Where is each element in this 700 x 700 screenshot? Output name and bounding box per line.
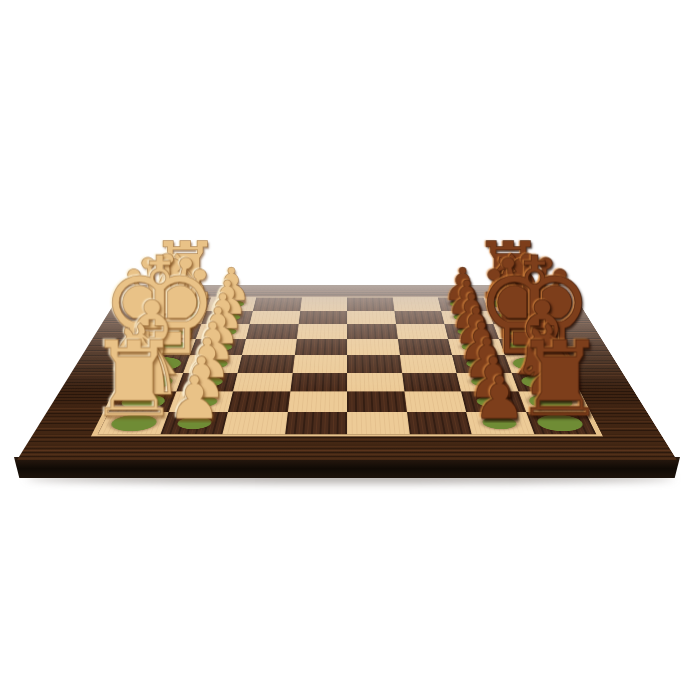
square-c1 bbox=[145, 324, 201, 339]
square-g3 bbox=[228, 391, 290, 412]
square-g2 bbox=[168, 391, 233, 412]
square-a8 bbox=[483, 298, 535, 311]
square-b2 bbox=[201, 311, 253, 325]
square-c8 bbox=[493, 324, 549, 339]
chessboard-photo: ♜♟♟♜♞♟♟♞♝♟♟♝♛♟♟♛♚♟♟♚♝♟♟♝♞♟♟♞♜♟♟♜ bbox=[0, 0, 700, 700]
square-a3 bbox=[253, 298, 302, 311]
square-c6 bbox=[396, 324, 448, 339]
square-e1 bbox=[128, 355, 189, 372]
square-b8 bbox=[488, 311, 542, 325]
square-e4 bbox=[292, 355, 347, 372]
square-f1 bbox=[119, 373, 183, 392]
square-e8 bbox=[505, 355, 566, 372]
square-c4 bbox=[296, 324, 347, 339]
square-e2 bbox=[183, 355, 242, 372]
square-h1 bbox=[98, 412, 169, 434]
square-e7 bbox=[452, 355, 511, 372]
square-g4 bbox=[287, 391, 347, 412]
square-g7 bbox=[461, 391, 526, 412]
square-b7 bbox=[441, 311, 493, 325]
chess-board: ♜♟♟♜♞♟♟♞♝♟♟♝♛♟♟♛♚♟♟♚♝♟♟♝♞♟♟♞♜♟♟♜ bbox=[17, 285, 677, 460]
square-b1 bbox=[152, 311, 206, 325]
square-a5 bbox=[347, 298, 394, 311]
square-e6 bbox=[400, 355, 457, 372]
square-d2 bbox=[189, 339, 246, 355]
square-e3 bbox=[238, 355, 295, 372]
square-h2 bbox=[160, 412, 228, 434]
square-d3 bbox=[242, 339, 297, 355]
square-a2 bbox=[206, 298, 256, 311]
board-side-edge bbox=[14, 457, 680, 478]
square-c3 bbox=[246, 324, 298, 339]
square-a4 bbox=[300, 298, 347, 311]
square-h6 bbox=[407, 412, 472, 434]
square-b5 bbox=[347, 311, 396, 325]
square-h5 bbox=[347, 412, 409, 434]
square-c5 bbox=[347, 324, 398, 339]
square-a7 bbox=[438, 298, 488, 311]
square-a6 bbox=[392, 298, 441, 311]
square-f5 bbox=[347, 373, 404, 392]
square-f8 bbox=[511, 373, 575, 392]
square-d7 bbox=[448, 339, 505, 355]
square-f6 bbox=[402, 373, 461, 392]
square-c2 bbox=[195, 324, 249, 339]
square-g6 bbox=[404, 391, 466, 412]
square-h7 bbox=[466, 412, 534, 434]
square-f2 bbox=[176, 373, 238, 392]
square-h4 bbox=[285, 412, 347, 434]
square-d4 bbox=[294, 339, 347, 355]
square-h8 bbox=[526, 412, 597, 434]
square-g5 bbox=[347, 391, 407, 412]
square-c7 bbox=[444, 324, 498, 339]
square-f4 bbox=[290, 373, 347, 392]
square-g8 bbox=[518, 391, 585, 412]
square-d6 bbox=[398, 339, 453, 355]
squares-grid bbox=[98, 298, 597, 435]
square-b4 bbox=[298, 311, 347, 325]
square-g1 bbox=[109, 391, 176, 412]
square-f3 bbox=[233, 373, 292, 392]
square-d1 bbox=[137, 339, 196, 355]
square-e5 bbox=[347, 355, 402, 372]
square-h3 bbox=[222, 412, 287, 434]
square-b3 bbox=[250, 311, 300, 325]
square-a1 bbox=[159, 298, 211, 311]
square-d8 bbox=[499, 339, 558, 355]
square-d5 bbox=[347, 339, 400, 355]
square-b6 bbox=[394, 311, 444, 325]
square-f7 bbox=[456, 373, 518, 392]
